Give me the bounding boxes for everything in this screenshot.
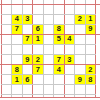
cell-r1c2[interactable]: [12, 4, 23, 14]
cell-r5c3[interactable]: [22, 44, 33, 54]
cell-r1c5[interactable]: [43, 4, 54, 14]
cell-r5c9[interactable]: [85, 44, 96, 54]
cell-r2c8[interactable]: 2: [75, 14, 86, 24]
grid-line-box-horizontal-3: [0, 97, 100, 98]
cell-r6c4[interactable]: 2: [33, 54, 44, 64]
cell-r2c4[interactable]: [33, 14, 44, 24]
cell-r5c5[interactable]: [43, 44, 54, 54]
sudoku-board: 432176897154927387421698: [0, 0, 100, 100]
cell-r4c5[interactable]: [43, 34, 54, 44]
cell-r4c2[interactable]: [12, 34, 23, 44]
cell-r1c4[interactable]: [33, 4, 44, 14]
cell-r3c3[interactable]: [22, 24, 33, 34]
cell-r4c8[interactable]: [75, 34, 86, 44]
cell-r2c7[interactable]: [64, 14, 75, 24]
cell-r3c1[interactable]: [1, 24, 12, 34]
grid-line-box-horizontal-2: [0, 64, 100, 65]
grid-line-horizontal-0: [1, 14, 97, 15]
cell-r2c2[interactable]: 4: [12, 14, 23, 24]
cell-r7c6[interactable]: 4: [54, 64, 65, 74]
cell-r5c2[interactable]: [12, 44, 23, 54]
cell-r7c7[interactable]: [64, 64, 75, 74]
cell-r6c6[interactable]: 7: [54, 54, 65, 64]
cell-r3c8[interactable]: [75, 24, 86, 34]
grid-line-horizontal-5: [1, 84, 97, 85]
cell-r1c9[interactable]: [85, 4, 96, 14]
cell-r7c2[interactable]: 8: [12, 64, 23, 74]
cell-r3c7[interactable]: [64, 24, 75, 34]
cell-r1c3[interactable]: [22, 4, 33, 14]
grid-line-horizontal-3: [1, 54, 97, 55]
sudoku-cell-layer: 432176897154927387421698: [1, 4, 96, 95]
grid-line-box-horizontal-1: [0, 34, 100, 35]
cell-r5c1[interactable]: [1, 44, 12, 54]
cell-r6c7[interactable]: 3: [64, 54, 75, 64]
grid-line-horizontal-6: [1, 94, 97, 95]
cell-r4c1[interactable]: [1, 34, 12, 44]
cell-r1c7[interactable]: [64, 4, 75, 14]
cell-r1c1[interactable]: [1, 4, 12, 14]
cell-r5c6[interactable]: [54, 44, 65, 54]
cell-r6c1[interactable]: [1, 54, 12, 64]
grid-line-horizontal-1: [1, 24, 97, 25]
cell-r3c6[interactable]: 8: [54, 24, 65, 34]
cell-r6c3[interactable]: 9: [22, 54, 33, 64]
cell-r6c8[interactable]: [75, 54, 86, 64]
cell-r3c5[interactable]: [43, 24, 54, 34]
cell-r3c4[interactable]: 6: [33, 24, 44, 34]
cell-r7c5[interactable]: [43, 64, 54, 74]
grid-line-horizontal-4: [1, 74, 97, 75]
cell-r5c4[interactable]: [33, 44, 44, 54]
cell-r5c7[interactable]: [64, 44, 75, 54]
cell-r4c6[interactable]: 5: [54, 34, 65, 44]
cell-r7c3[interactable]: [22, 64, 33, 74]
cell-r6c5[interactable]: [43, 54, 54, 64]
cell-r7c1[interactable]: [1, 64, 12, 74]
cell-r7c8[interactable]: [75, 64, 86, 74]
cell-r1c6[interactable]: [54, 4, 65, 14]
grid-line-box-horizontal-0: [0, 4, 100, 5]
cell-r7c9[interactable]: 2: [85, 64, 96, 74]
grid-line-horizontal-2: [1, 44, 97, 45]
cell-r5c8[interactable]: [75, 44, 86, 54]
cell-r6c9[interactable]: [85, 54, 96, 64]
cell-r4c4[interactable]: 1: [33, 34, 44, 44]
cell-r7c4[interactable]: 7: [33, 64, 44, 74]
cell-r2c6[interactable]: [54, 14, 65, 24]
cell-r4c7[interactable]: 4: [64, 34, 75, 44]
cell-r3c9[interactable]: 9: [85, 24, 96, 34]
cell-r2c9[interactable]: 1: [85, 14, 96, 24]
cell-r4c9[interactable]: [85, 34, 96, 44]
cell-r2c3[interactable]: 3: [22, 14, 33, 24]
cell-r3c2[interactable]: 7: [12, 24, 23, 34]
cell-r4c3[interactable]: 7: [22, 34, 33, 44]
cell-r2c1[interactable]: [1, 14, 12, 24]
cell-r1c8[interactable]: [75, 4, 86, 14]
cell-r2c5[interactable]: [43, 14, 54, 24]
cell-r6c2[interactable]: [12, 54, 23, 64]
